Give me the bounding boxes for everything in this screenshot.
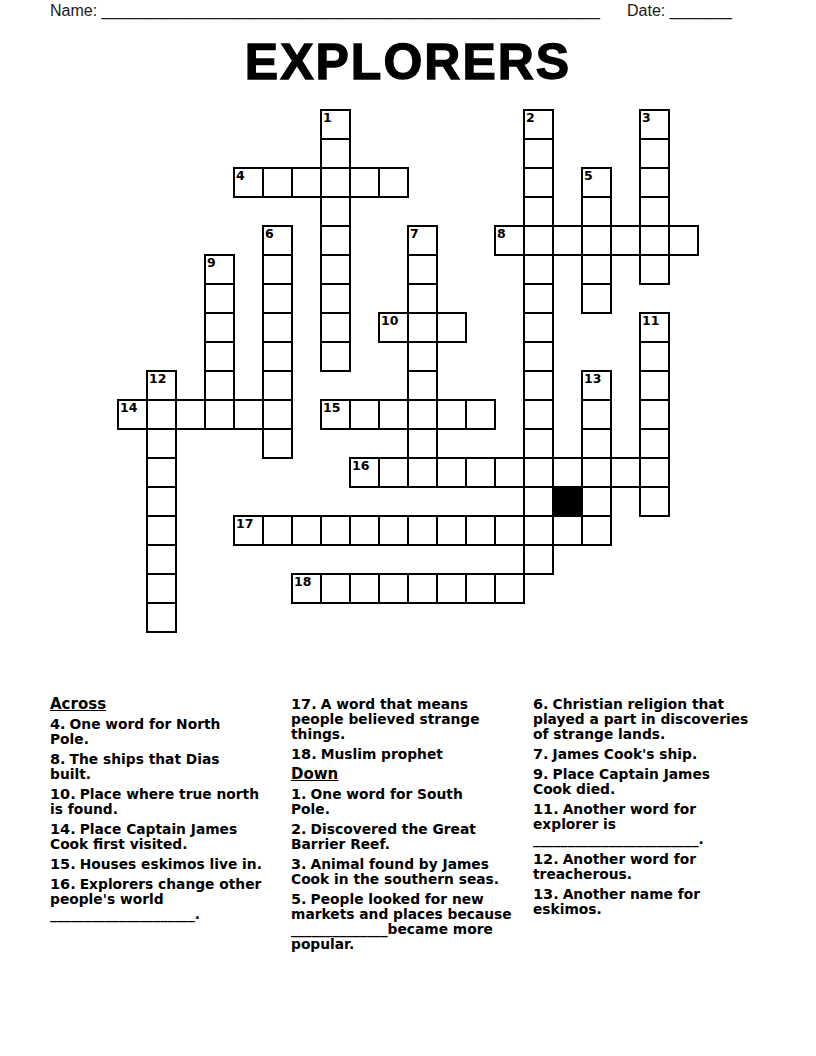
clue-text: Houses eskimos live in. <box>80 856 262 872</box>
cell-r13c14[interactable] <box>523 486 554 517</box>
cell-r8c18[interactable] <box>639 341 670 372</box>
clue-down-9: 9.Place Captain James Cook died. <box>533 767 795 797</box>
cell-r15c1[interactable] <box>146 544 177 575</box>
cell-r2c9[interactable] <box>378 167 409 198</box>
cell-r16c9[interactable] <box>378 573 409 604</box>
cell-r2c4[interactable]: 4 <box>233 167 264 198</box>
cell-number: 17 <box>236 517 253 531</box>
cell-r6c3[interactable] <box>204 283 235 314</box>
cell-r16c1[interactable] <box>146 573 177 604</box>
cell-r9c16[interactable]: 13 <box>581 370 612 401</box>
cell-r16c12[interactable] <box>465 573 496 604</box>
cell-r10c12[interactable] <box>465 399 496 430</box>
clue-column-3: 6.Christian religion that played a part … <box>533 697 795 922</box>
cell-r9c18[interactable] <box>639 370 670 401</box>
cell-number: 6 <box>265 227 274 241</box>
cell-r10c7[interactable]: 15 <box>320 399 351 430</box>
clue-text: Muslim prophet <box>321 746 443 762</box>
cell-r5c5[interactable] <box>262 254 293 285</box>
cell-r13c18[interactable] <box>639 486 670 517</box>
clue-down-3: 3.Animal found by James Cook in the sout… <box>291 857 537 887</box>
puzzle-title: EXPLORERS <box>0 36 816 88</box>
clue-across-18: 18.Muslim prophet <box>291 747 537 762</box>
clue-number: 1. <box>291 786 307 802</box>
clue-number: 18. <box>291 746 317 762</box>
cell-r2c7[interactable] <box>320 167 351 198</box>
clue-down-1: 1.One word for South Pole. <box>291 787 537 817</box>
cell-r9c14[interactable] <box>523 370 554 401</box>
cell-r5c10[interactable] <box>407 254 438 285</box>
clue-text: The ships that Dias built. <box>50 751 220 782</box>
clue-text: People looked for new markets and places… <box>291 891 512 952</box>
cell-r14c10[interactable] <box>407 515 438 546</box>
cell-r3c18[interactable] <box>639 196 670 227</box>
cell-r14c8[interactable] <box>349 515 380 546</box>
clue-down-7: 7.James Cook's ship. <box>533 747 795 762</box>
cell-r12c15[interactable] <box>552 457 583 488</box>
name-blank-line[interactable]: ________________________________________… <box>102 2 600 19</box>
clue-column-2: 17.A word that means people believed str… <box>291 697 537 957</box>
date-blank-line[interactable]: _______ <box>670 2 732 19</box>
cell-r16c11[interactable] <box>436 573 467 604</box>
clue-text: Discovered the Great Barrier Reef. <box>291 821 476 852</box>
cell-r12c9[interactable] <box>378 457 409 488</box>
cell-r2c8[interactable] <box>349 167 380 198</box>
cell-number: 18 <box>294 575 311 589</box>
cell-r5c3[interactable]: 9 <box>204 254 235 285</box>
cell-r10c14[interactable] <box>523 399 554 430</box>
clue-column-1: Across4.One word for North Pole.8.The sh… <box>50 697 296 927</box>
cell-r2c16[interactable]: 5 <box>581 167 612 198</box>
cell-r10c9[interactable] <box>378 399 409 430</box>
cell-r6c10[interactable] <box>407 283 438 314</box>
cell-r12c17[interactable] <box>610 457 641 488</box>
clue-number: 12. <box>533 851 559 867</box>
cell-r2c14[interactable] <box>523 167 554 198</box>
cell-r8c5[interactable] <box>262 341 293 372</box>
clue-number: 15. <box>50 856 76 872</box>
clue-number: 16. <box>50 876 76 892</box>
cell-r10c16[interactable] <box>581 399 612 430</box>
clue-number: 6. <box>533 696 549 712</box>
cell-r11c10[interactable] <box>407 428 438 459</box>
cell-r16c7[interactable] <box>320 573 351 604</box>
clue-down-13: 13.Another name for eskimos. <box>533 887 795 917</box>
cell-number: 14 <box>120 401 137 415</box>
clue-down-12: 12.Another word for treacherous. <box>533 852 795 882</box>
clue-down-6: 6.Christian religion that played a part … <box>533 697 795 742</box>
worksheet-page: Name: __________________________________… <box>0 0 816 1056</box>
cell-r14c7[interactable] <box>320 515 351 546</box>
cell-r7c10[interactable] <box>407 312 438 343</box>
cell-r10c3[interactable] <box>204 399 235 430</box>
cell-r10c1[interactable] <box>146 399 177 430</box>
cell-r11c16[interactable] <box>581 428 612 459</box>
cell-r8c14[interactable] <box>523 341 554 372</box>
cell-r1c14[interactable] <box>523 138 554 169</box>
cell-r16c8[interactable] <box>349 573 380 604</box>
cell-r4c13[interactable]: 8 <box>494 225 525 256</box>
cell-r9c10[interactable] <box>407 370 438 401</box>
clue-text: One word for North Pole. <box>50 716 220 747</box>
cell-r14c9[interactable] <box>378 515 409 546</box>
cell-number: 13 <box>584 372 601 386</box>
cell-r4c18[interactable] <box>639 225 670 256</box>
cell-number: 2 <box>526 111 535 125</box>
cell-r14c4[interactable]: 17 <box>233 515 264 546</box>
cell-r8c10[interactable] <box>407 341 438 372</box>
cell-r17c1[interactable] <box>146 602 177 633</box>
cell-r11c1[interactable] <box>146 428 177 459</box>
cell-r12c12[interactable] <box>465 457 496 488</box>
clue-across-15: 15.Houses eskimos live in. <box>50 857 296 872</box>
cell-r4c19[interactable] <box>668 225 699 256</box>
cell-r10c0[interactable]: 14 <box>117 399 148 430</box>
clue-across-8: 8.The ships that Dias built. <box>50 752 296 782</box>
cell-r13c1[interactable] <box>146 486 177 517</box>
cell-r14c1[interactable] <box>146 515 177 546</box>
cell-number: 15 <box>323 401 340 415</box>
clue-number: 2. <box>291 821 307 837</box>
across-heading: Across <box>50 697 296 712</box>
cell-r10c4[interactable] <box>233 399 264 430</box>
cell-r10c10[interactable] <box>407 399 438 430</box>
cell-r9c3[interactable] <box>204 370 235 401</box>
cell-r5c14[interactable] <box>523 254 554 285</box>
cell-r16c6[interactable]: 18 <box>291 573 322 604</box>
clue-across-4: 4.One word for North Pole. <box>50 717 296 747</box>
cell-r11c14[interactable] <box>523 428 554 459</box>
cell-r9c1[interactable]: 12 <box>146 370 177 401</box>
cell-number: 16 <box>352 459 369 473</box>
clue-text: Place Captain James Cook died. <box>533 766 710 797</box>
cell-r10c8[interactable] <box>349 399 380 430</box>
clue-number: 9. <box>533 766 549 782</box>
name-label: Name: <box>50 2 97 19</box>
cell-r10c18[interactable] <box>639 399 670 430</box>
cell-r12c18[interactable] <box>639 457 670 488</box>
cell-r7c18[interactable]: 11 <box>639 312 670 343</box>
clue-text: A word that means people believed strang… <box>291 696 480 742</box>
cell-r8c7[interactable] <box>320 341 351 372</box>
cell-r11c5[interactable] <box>262 428 293 459</box>
cell-r4c10[interactable]: 7 <box>407 225 438 256</box>
clue-number: 5. <box>291 891 307 907</box>
cell-r0c18[interactable]: 3 <box>639 109 670 140</box>
cell-r10c5[interactable] <box>262 399 293 430</box>
cell-r0c7[interactable]: 1 <box>320 109 351 140</box>
cell-r12c8[interactable]: 16 <box>349 457 380 488</box>
clue-number: 4. <box>50 716 66 732</box>
cell-r16c13[interactable] <box>494 573 525 604</box>
cell-r7c3[interactable] <box>204 312 235 343</box>
cell-r14c15[interactable] <box>552 515 583 546</box>
cell-r4c17[interactable] <box>610 225 641 256</box>
cell-r14c6[interactable] <box>291 515 322 546</box>
clue-across-17: 17.A word that means people believed str… <box>291 697 537 742</box>
cell-r2c5[interactable] <box>262 167 293 198</box>
cell-r4c5[interactable]: 6 <box>262 225 293 256</box>
cell-number: 7 <box>410 227 419 241</box>
cell-number: 8 <box>497 227 506 241</box>
cell-r1c7[interactable] <box>320 138 351 169</box>
cell-r14c12[interactable] <box>465 515 496 546</box>
clue-text: Christian religion that played a part in… <box>533 696 748 742</box>
cell-r14c16[interactable] <box>581 515 612 546</box>
crossword-grid: 123456789101112131415161718 <box>118 110 698 632</box>
cell-r16c10[interactable] <box>407 573 438 604</box>
clue-text: James Cook's ship. <box>553 746 698 762</box>
down-heading: Down <box>291 767 537 782</box>
clue-across-16: 16.Explorers change other people's world… <box>50 877 296 922</box>
date-field[interactable]: Date: _______ <box>627 2 732 20</box>
black-cell <box>552 486 583 517</box>
cell-r7c14[interactable] <box>523 312 554 343</box>
cell-r4c16[interactable] <box>581 225 612 256</box>
cell-r4c14[interactable] <box>523 225 554 256</box>
cell-r5c18[interactable] <box>639 254 670 285</box>
clue-number: 10. <box>50 786 76 802</box>
cell-r14c14[interactable] <box>523 515 554 546</box>
cell-r6c5[interactable] <box>262 283 293 314</box>
clue-down-2: 2.Discovered the Great Barrier Reef. <box>291 822 537 852</box>
cell-r10c11[interactable] <box>436 399 467 430</box>
cell-r15c14[interactable] <box>523 544 554 575</box>
cell-r7c5[interactable] <box>262 312 293 343</box>
cell-r8c3[interactable] <box>204 341 235 372</box>
clue-down-11: 11.Another word for explorer is ________… <box>533 802 795 847</box>
clue-text: Explorers change other people's world __… <box>50 876 261 922</box>
cell-r9c5[interactable] <box>262 370 293 401</box>
clue-number: 7. <box>533 746 549 762</box>
cell-r13c16[interactable] <box>581 486 612 517</box>
cell-r6c7[interactable] <box>320 283 351 314</box>
cell-r14c5[interactable] <box>262 515 293 546</box>
clue-across-14: 14.Place Captain James Cook first visite… <box>50 822 296 852</box>
cell-number: 3 <box>642 111 651 125</box>
cell-number: 4 <box>236 169 245 183</box>
cell-r7c7[interactable] <box>320 312 351 343</box>
cell-r12c14[interactable] <box>523 457 554 488</box>
cell-r5c7[interactable] <box>320 254 351 285</box>
cell-r1c18[interactable] <box>639 138 670 169</box>
cell-r7c11[interactable] <box>436 312 467 343</box>
cell-number: 9 <box>207 256 216 270</box>
cell-r12c11[interactable] <box>436 457 467 488</box>
clue-text: Place Captain James Cook first visited. <box>50 821 237 852</box>
cell-number: 5 <box>584 169 593 183</box>
cell-r7c9[interactable]: 10 <box>378 312 409 343</box>
cell-r4c7[interactable] <box>320 225 351 256</box>
cell-r10c2[interactable] <box>175 399 206 430</box>
clue-text: One word for South Pole. <box>291 786 463 817</box>
clue-down-5: 5.People looked for new markets and plac… <box>291 892 537 952</box>
clue-number: 8. <box>50 751 66 767</box>
clue-number: 17. <box>291 696 317 712</box>
cell-r11c18[interactable] <box>639 428 670 459</box>
cell-r3c14[interactable] <box>523 196 554 227</box>
clue-number: 11. <box>533 801 559 817</box>
cell-r6c16[interactable] <box>581 283 612 314</box>
cell-r6c14[interactable] <box>523 283 554 314</box>
cell-number: 10 <box>381 314 398 328</box>
cell-r5c16[interactable] <box>581 254 612 285</box>
cell-r4c15[interactable] <box>552 225 583 256</box>
clue-text: Place where true north is found. <box>50 786 259 817</box>
cell-r0c14[interactable]: 2 <box>523 109 554 140</box>
cell-number: 1 <box>323 111 332 125</box>
cell-r2c6[interactable] <box>291 167 322 198</box>
cell-r14c13[interactable] <box>494 515 525 546</box>
date-label: Date: <box>627 2 665 19</box>
cell-r3c7[interactable] <box>320 196 351 227</box>
name-field[interactable]: Name: __________________________________… <box>50 2 600 20</box>
clue-text: Animal found by James Cook in the southe… <box>291 856 499 887</box>
cell-r3c16[interactable] <box>581 196 612 227</box>
cell-r12c13[interactable] <box>494 457 525 488</box>
cell-number: 11 <box>642 314 659 328</box>
cell-r2c18[interactable] <box>639 167 670 198</box>
clue-number: 14. <box>50 821 76 837</box>
cell-number: 12 <box>149 372 166 386</box>
cell-r12c1[interactable] <box>146 457 177 488</box>
clue-across-10: 10.Place where true north is found. <box>50 787 296 817</box>
cell-r12c10[interactable] <box>407 457 438 488</box>
cell-r14c11[interactable] <box>436 515 467 546</box>
clue-number: 3. <box>291 856 307 872</box>
clue-number: 13. <box>533 886 559 902</box>
cell-r12c16[interactable] <box>581 457 612 488</box>
